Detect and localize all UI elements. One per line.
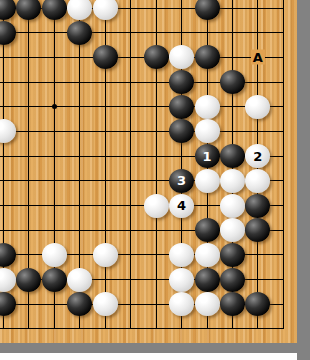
- white-stone-P3: [169, 268, 194, 292]
- black-stone-H13: [0, 21, 16, 45]
- intersection-M9[interactable]: [93, 119, 118, 144]
- intersection-N6[interactable]: [118, 193, 143, 218]
- intersection-Q2[interactable]: [194, 292, 219, 317]
- intersection-P2[interactable]: [169, 292, 194, 317]
- white-stone-M2: [93, 292, 118, 316]
- black-stone-Q12: [195, 45, 220, 69]
- black-stone-R4: [220, 243, 245, 267]
- intersection-R11[interactable]: [220, 70, 245, 95]
- white-stone-R5: [220, 218, 245, 242]
- black-stone-Q3: [195, 268, 220, 292]
- intersection-H2[interactable]: [0, 292, 16, 317]
- intersection-N1[interactable]: [118, 317, 143, 342]
- intersection-Q1[interactable]: [194, 317, 219, 342]
- intersection-M7[interactable]: [93, 168, 118, 193]
- black-stone-L2: [67, 292, 92, 316]
- black-stone-J3: [16, 268, 41, 292]
- white-stone-R7: [220, 169, 245, 193]
- intersection-Q13[interactable]: [194, 20, 219, 45]
- intersection-O1[interactable]: [143, 317, 168, 342]
- intersection-R12[interactable]: [220, 45, 245, 70]
- intersection-K1[interactable]: [42, 317, 67, 342]
- intersection-O6[interactable]: [143, 193, 168, 218]
- intersection-K9[interactable]: [42, 119, 67, 144]
- intersection-Q5[interactable]: [194, 218, 219, 243]
- intersection-K4[interactable]: [42, 243, 67, 268]
- intersection-N13[interactable]: [118, 20, 143, 45]
- black-stone-R8: [220, 144, 245, 168]
- intersection-T10[interactable]: [271, 94, 296, 119]
- white-stone-S10: [245, 95, 270, 119]
- intersection-J5[interactable]: [16, 218, 41, 243]
- intersection-J1[interactable]: [16, 317, 41, 342]
- white-stone-R6: [220, 194, 245, 218]
- black-stone-P11: [169, 70, 194, 94]
- intersection-O7[interactable]: [143, 168, 168, 193]
- black-stone-R3: [220, 268, 245, 292]
- intersection-T13[interactable]: [271, 20, 296, 45]
- intersection-O5[interactable]: [143, 218, 168, 243]
- white-stone-Q2: [195, 292, 220, 316]
- intersection-H10[interactable]: [0, 94, 16, 119]
- intersection-M12[interactable]: [93, 45, 118, 70]
- intersection-O8[interactable]: [143, 144, 168, 169]
- intersection-M6[interactable]: [93, 193, 118, 218]
- intersection-J9[interactable]: [16, 119, 41, 144]
- intersection-P12[interactable]: [169, 45, 194, 70]
- go-board[interactable]: A1234: [0, 0, 296, 341]
- black-stone-R2: [220, 292, 245, 316]
- intersection-P7[interactable]: 3: [169, 168, 194, 193]
- intersection-S6[interactable]: [245, 193, 270, 218]
- white-stone-P12: [169, 45, 194, 69]
- intersection-J10[interactable]: [16, 94, 41, 119]
- intersection-O11[interactable]: [143, 70, 168, 95]
- intersection-L8[interactable]: [67, 144, 92, 169]
- intersection-K7[interactable]: [42, 168, 67, 193]
- intersection-O4[interactable]: [143, 243, 168, 268]
- intersection-L5[interactable]: [67, 218, 92, 243]
- intersection-J4[interactable]: [16, 243, 41, 268]
- intersection-N10[interactable]: [118, 94, 143, 119]
- intersection-N5[interactable]: [118, 218, 143, 243]
- intersection-H7[interactable]: [0, 168, 16, 193]
- intersection-S12[interactable]: A: [245, 45, 270, 70]
- black-stone-S6: [245, 194, 270, 218]
- black-stone-Q14: [195, 0, 220, 20]
- black-stone-J14: [16, 0, 41, 20]
- intersection-S11[interactable]: [245, 70, 270, 95]
- intersection-R1[interactable]: [220, 317, 245, 342]
- intersection-R3[interactable]: [220, 267, 245, 292]
- intersection-P6[interactable]: 4: [169, 193, 194, 218]
- intersection-L6[interactable]: [67, 193, 92, 218]
- intersection-J7[interactable]: [16, 168, 41, 193]
- white-stone-P6: 4: [169, 194, 194, 218]
- intersection-K13[interactable]: [42, 20, 67, 45]
- black-stone-P10: [169, 95, 194, 119]
- intersection-M10[interactable]: [93, 94, 118, 119]
- intersection-P4[interactable]: [169, 243, 194, 268]
- black-stone-Q5: [195, 218, 220, 242]
- intersection-T6[interactable]: [271, 193, 296, 218]
- intersection-T7[interactable]: [271, 168, 296, 193]
- intersection-N12[interactable]: [118, 45, 143, 70]
- intersection-S2[interactable]: [245, 292, 270, 317]
- intersection-S14[interactable]: [245, 0, 270, 20]
- intersection-L10[interactable]: [67, 94, 92, 119]
- intersection-H11[interactable]: [0, 70, 16, 95]
- white-stone-M14: [93, 0, 118, 20]
- intersection-K2[interactable]: [42, 292, 67, 317]
- intersection-S1[interactable]: [245, 317, 270, 342]
- intersection-P13[interactable]: [169, 20, 194, 45]
- intersection-K10[interactable]: [42, 94, 67, 119]
- intersection-N9[interactable]: [118, 119, 143, 144]
- white-stone-H3: [0, 268, 16, 292]
- intersection-H4[interactable]: [0, 243, 16, 268]
- intersection-M11[interactable]: [93, 70, 118, 95]
- move-number-4: 4: [177, 199, 186, 212]
- intersection-H3[interactable]: [0, 267, 16, 292]
- intersection-R4[interactable]: [220, 243, 245, 268]
- intersection-L7[interactable]: [67, 168, 92, 193]
- intersection-K12[interactable]: [42, 45, 67, 70]
- intersection-Q12[interactable]: [194, 45, 219, 70]
- intersection-M5[interactable]: [93, 218, 118, 243]
- intersection-L1[interactable]: [67, 317, 92, 342]
- white-stone-K4: [42, 243, 67, 267]
- intersection-R9[interactable]: [220, 119, 245, 144]
- white-stone-M4: [93, 243, 118, 267]
- black-stone-S2: [245, 292, 270, 316]
- black-stone-O12: [144, 45, 169, 69]
- intersection-N7[interactable]: [118, 168, 143, 193]
- white-stone-P4: [169, 243, 194, 267]
- intersection-S9[interactable]: [245, 119, 270, 144]
- star-point-K10: [52, 104, 57, 109]
- intersection-N8[interactable]: [118, 144, 143, 169]
- white-stone-Q10: [195, 95, 220, 119]
- intersection-K6[interactable]: [42, 193, 67, 218]
- intersection-P8[interactable]: [169, 144, 194, 169]
- intersection-S10[interactable]: [245, 94, 270, 119]
- intersection-L4[interactable]: [67, 243, 92, 268]
- intersection-J12[interactable]: [16, 45, 41, 70]
- intersection-N11[interactable]: [118, 70, 143, 95]
- intersection-R7[interactable]: [220, 168, 245, 193]
- intersection-P9[interactable]: [169, 119, 194, 144]
- intersection-R5[interactable]: [220, 218, 245, 243]
- intersection-M8[interactable]: [93, 144, 118, 169]
- intersection-Q8[interactable]: 1: [194, 144, 219, 169]
- point-label-A: A: [251, 50, 265, 65]
- intersection-R2[interactable]: [220, 292, 245, 317]
- intersection-R14[interactable]: [220, 0, 245, 20]
- black-stone-Q8: 1: [195, 144, 220, 168]
- intersection-J6[interactable]: [16, 193, 41, 218]
- intersection-M4[interactable]: [93, 243, 118, 268]
- intersection-T2[interactable]: [271, 292, 296, 317]
- intersection-O9[interactable]: [143, 119, 168, 144]
- intersection-Q14[interactable]: [194, 0, 219, 20]
- intersection-H12[interactable]: [0, 45, 16, 70]
- intersection-T8[interactable]: [271, 144, 296, 169]
- black-stone-K3: [42, 268, 67, 292]
- intersection-T1[interactable]: [271, 317, 296, 342]
- black-stone-R11: [220, 70, 245, 94]
- intersection-S5[interactable]: [245, 218, 270, 243]
- black-stone-S5: [245, 218, 270, 242]
- white-stone-Q7: [195, 169, 220, 193]
- intersection-O3[interactable]: [143, 267, 168, 292]
- intersection-O13[interactable]: [143, 20, 168, 45]
- move-number-3: 3: [177, 174, 186, 187]
- intersection-P3[interactable]: [169, 267, 194, 292]
- intersection-S3[interactable]: [245, 267, 270, 292]
- intersection-J14[interactable]: [16, 0, 41, 20]
- intersection-S7[interactable]: [245, 168, 270, 193]
- intersection-J11[interactable]: [16, 70, 41, 95]
- intersection-P11[interactable]: [169, 70, 194, 95]
- intersection-L3[interactable]: [67, 267, 92, 292]
- black-stone-M12: [93, 45, 118, 69]
- intersection-H9[interactable]: [0, 119, 16, 144]
- intersection-M1[interactable]: [93, 317, 118, 342]
- white-stone-L3: [67, 268, 92, 292]
- intersection-O14[interactable]: [143, 0, 168, 20]
- intersection-H5[interactable]: [0, 218, 16, 243]
- intersection-N14[interactable]: [118, 0, 143, 20]
- intersection-P1[interactable]: [169, 317, 194, 342]
- intersection-S13[interactable]: [245, 20, 270, 45]
- black-stone-P9: [169, 119, 194, 143]
- intersection-M14[interactable]: [93, 0, 118, 20]
- intersection-P5[interactable]: [169, 218, 194, 243]
- intersection-P10[interactable]: [169, 94, 194, 119]
- intersection-Q10[interactable]: [194, 94, 219, 119]
- white-stone-S7: [245, 169, 270, 193]
- intersection-R6[interactable]: [220, 193, 245, 218]
- intersection-L11[interactable]: [67, 70, 92, 95]
- white-stone-P2: [169, 292, 194, 316]
- intersection-L14[interactable]: [67, 0, 92, 20]
- intersection-L2[interactable]: [67, 292, 92, 317]
- go-diagram: A1234: [0, 0, 310, 360]
- intersection-J13[interactable]: [16, 20, 41, 45]
- intersection-J2[interactable]: [16, 292, 41, 317]
- intersection-T5[interactable]: [271, 218, 296, 243]
- move-number-2: 2: [253, 150, 262, 163]
- intersection-R13[interactable]: [220, 20, 245, 45]
- intersection-Q11[interactable]: [194, 70, 219, 95]
- intersection-O2[interactable]: [143, 292, 168, 317]
- intersection-Q9[interactable]: [194, 119, 219, 144]
- intersection-S4[interactable]: [245, 243, 270, 268]
- intersection-N2[interactable]: [118, 292, 143, 317]
- intersection-Q4[interactable]: [194, 243, 219, 268]
- intersection-T14[interactable]: [271, 0, 296, 20]
- intersection-Q6[interactable]: [194, 193, 219, 218]
- intersection-K11[interactable]: [42, 70, 67, 95]
- white-stone-O6: [144, 194, 169, 218]
- intersection-T3[interactable]: [271, 267, 296, 292]
- intersection-L12[interactable]: [67, 45, 92, 70]
- intersection-J8[interactable]: [16, 144, 41, 169]
- intersection-K5[interactable]: [42, 218, 67, 243]
- intersection-M13[interactable]: [93, 20, 118, 45]
- intersection-T9[interactable]: [271, 119, 296, 144]
- black-stone-K14: [42, 0, 67, 20]
- intersection-L13[interactable]: [67, 20, 92, 45]
- intersection-O12[interactable]: [143, 45, 168, 70]
- intersection-T11[interactable]: [271, 70, 296, 95]
- intersection-Q3[interactable]: [194, 267, 219, 292]
- white-stone-H9: [0, 119, 16, 143]
- intersection-R10[interactable]: [220, 94, 245, 119]
- intersection-Q7[interactable]: [194, 168, 219, 193]
- intersection-H8[interactable]: [0, 144, 16, 169]
- intersection-K3[interactable]: [42, 267, 67, 292]
- intersection-H13[interactable]: [0, 20, 16, 45]
- intersection-S8[interactable]: 2: [245, 144, 270, 169]
- move-number-1: 1: [202, 150, 211, 163]
- black-stone-P7: 3: [169, 169, 194, 193]
- intersection-M3[interactable]: [93, 267, 118, 292]
- white-stone-Q9: [195, 119, 220, 143]
- intersection-H14[interactable]: [0, 0, 16, 20]
- black-stone-L13: [67, 21, 92, 45]
- intersection-L9[interactable]: [67, 119, 92, 144]
- intersection-O10[interactable]: [143, 94, 168, 119]
- white-stone-L14: [67, 0, 92, 20]
- white-stone-S8: 2: [245, 144, 270, 168]
- intersection-H1[interactable]: [0, 317, 16, 342]
- intersection-T4[interactable]: [271, 243, 296, 268]
- black-stone-H14: [0, 0, 16, 20]
- bottom-margin-strip: [0, 353, 297, 360]
- black-stone-H4: [0, 243, 16, 267]
- black-stone-H2: [0, 292, 16, 316]
- intersection-N4[interactable]: [118, 243, 143, 268]
- intersection-J3[interactable]: [16, 267, 41, 292]
- intersection-N3[interactable]: [118, 267, 143, 292]
- intersection-R8[interactable]: [220, 144, 245, 169]
- intersection-K14[interactable]: [42, 0, 67, 20]
- intersection-M2[interactable]: [93, 292, 118, 317]
- white-stone-Q4: [195, 243, 220, 267]
- intersection-K8[interactable]: [42, 144, 67, 169]
- intersection-H6[interactable]: [0, 193, 16, 218]
- intersection-P14[interactable]: [169, 0, 194, 20]
- intersection-T12[interactable]: [271, 45, 296, 70]
